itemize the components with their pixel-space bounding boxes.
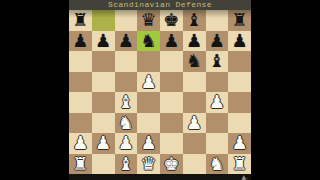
square-c7[interactable]: ♟	[115, 31, 138, 52]
square-a7[interactable]: ♟	[69, 31, 92, 52]
square-e5[interactable]	[160, 72, 183, 93]
square-b4[interactable]	[92, 92, 115, 113]
piece-black-knight: ♞	[186, 52, 202, 70]
square-c4[interactable]: ♝	[115, 92, 138, 113]
square-h4[interactable]	[228, 92, 251, 113]
square-c3[interactable]: ♞	[115, 113, 138, 134]
square-d6[interactable]	[137, 51, 160, 72]
square-f1[interactable]	[183, 154, 206, 175]
watermark-icon: ▲.	[241, 174, 248, 180]
square-b7[interactable]: ♟	[92, 31, 115, 52]
square-h5[interactable]	[228, 72, 251, 93]
piece-white-bishop: ♝	[118, 93, 134, 111]
chess-board: ♜♛♚♝♜♟♟♟♞♟♟♟♟♞♝♟♝♟♞♟♟♟♟♟♟♜♝♛♚♞♜	[69, 10, 251, 174]
piece-white-pawn: ♟	[141, 72, 157, 90]
piece-white-pawn: ♟	[232, 134, 248, 152]
piece-white-pawn: ♟	[72, 134, 88, 152]
square-a6[interactable]	[69, 51, 92, 72]
piece-black-knight: ♞	[141, 31, 157, 49]
square-a2[interactable]: ♟	[69, 133, 92, 154]
square-b8[interactable]	[92, 10, 115, 31]
square-f3[interactable]: ♟	[183, 113, 206, 134]
piece-white-pawn: ♟	[209, 93, 225, 111]
piece-white-king: ♚	[163, 154, 179, 172]
square-f7[interactable]: ♟	[183, 31, 206, 52]
square-c2[interactable]: ♟	[115, 133, 138, 154]
piece-black-pawn: ♟	[118, 31, 134, 49]
square-h1[interactable]: ♜	[228, 154, 251, 175]
piece-white-bishop: ♝	[118, 154, 134, 172]
square-b1[interactable]	[92, 154, 115, 175]
piece-black-pawn: ♟	[72, 31, 88, 49]
piece-white-rook: ♜	[232, 154, 248, 172]
square-a8[interactable]: ♜	[69, 10, 92, 31]
square-b5[interactable]	[92, 72, 115, 93]
square-e4[interactable]	[160, 92, 183, 113]
square-c8[interactable]	[115, 10, 138, 31]
square-c6[interactable]	[115, 51, 138, 72]
square-h6[interactable]	[228, 51, 251, 72]
square-h2[interactable]: ♟	[228, 133, 251, 154]
square-a1[interactable]: ♜	[69, 154, 92, 175]
square-e8[interactable]: ♚	[160, 10, 183, 31]
piece-black-bishop: ♝	[186, 11, 202, 29]
square-d8[interactable]: ♛	[137, 10, 160, 31]
square-g4[interactable]: ♟	[206, 92, 229, 113]
piece-black-pawn: ♟	[95, 31, 111, 49]
square-d5[interactable]: ♟	[137, 72, 160, 93]
square-e3[interactable]	[160, 113, 183, 134]
square-h3[interactable]	[228, 113, 251, 134]
square-a4[interactable]	[69, 92, 92, 113]
piece-white-pawn: ♟	[186, 113, 202, 131]
piece-white-pawn: ♟	[118, 134, 134, 152]
square-d1[interactable]: ♛	[137, 154, 160, 175]
square-g1[interactable]: ♞	[206, 154, 229, 175]
square-d4[interactable]	[137, 92, 160, 113]
square-d2[interactable]: ♟	[137, 133, 160, 154]
piece-black-rook: ♜	[232, 11, 248, 29]
square-f6[interactable]: ♞	[183, 51, 206, 72]
square-f2[interactable]	[183, 133, 206, 154]
piece-black-queen: ♛	[141, 11, 157, 29]
square-b3[interactable]	[92, 113, 115, 134]
square-b2[interactable]: ♟	[92, 133, 115, 154]
square-f4[interactable]	[183, 92, 206, 113]
square-a3[interactable]	[69, 113, 92, 134]
square-g2[interactable]	[206, 133, 229, 154]
square-h8[interactable]: ♜	[228, 10, 251, 31]
piece-white-knight: ♞	[118, 113, 134, 131]
square-g6[interactable]: ♝	[206, 51, 229, 72]
right-letterbox	[251, 0, 320, 180]
app-window: Scandinavian Defense ♜♛♚♝♜♟♟♟♞♟♟♟♟♞♝♟♝♟♞…	[0, 0, 320, 180]
square-f5[interactable]	[183, 72, 206, 93]
piece-white-rook: ♜	[72, 154, 88, 172]
piece-black-pawn: ♟	[209, 31, 225, 49]
piece-black-pawn: ♟	[186, 31, 202, 49]
bottom-bar: ▲.	[69, 174, 251, 180]
square-g3[interactable]	[206, 113, 229, 134]
square-d7[interactable]: ♞	[137, 31, 160, 52]
square-e6[interactable]	[160, 51, 183, 72]
piece-white-queen: ♛	[141, 154, 157, 172]
piece-white-pawn: ♟	[141, 134, 157, 152]
piece-black-pawn: ♟	[163, 31, 179, 49]
square-f8[interactable]: ♝	[183, 10, 206, 31]
left-letterbox	[0, 0, 69, 180]
square-e7[interactable]: ♟	[160, 31, 183, 52]
square-e2[interactable]	[160, 133, 183, 154]
square-g7[interactable]: ♟	[206, 31, 229, 52]
square-a5[interactable]	[69, 72, 92, 93]
square-b6[interactable]	[92, 51, 115, 72]
piece-black-king: ♚	[163, 11, 179, 29]
square-c5[interactable]	[115, 72, 138, 93]
piece-white-pawn: ♟	[95, 134, 111, 152]
title-bar: Scandinavian Defense	[69, 0, 251, 10]
piece-white-knight: ♞	[209, 154, 225, 172]
square-c1[interactable]: ♝	[115, 154, 138, 175]
piece-black-pawn: ♟	[232, 31, 248, 49]
square-g5[interactable]	[206, 72, 229, 93]
square-e1[interactable]: ♚	[160, 154, 183, 175]
square-h7[interactable]: ♟	[228, 31, 251, 52]
square-d3[interactable]	[137, 113, 160, 134]
piece-black-bishop: ♝	[209, 52, 225, 70]
square-g8[interactable]	[206, 10, 229, 31]
piece-black-rook: ♜	[72, 11, 88, 29]
